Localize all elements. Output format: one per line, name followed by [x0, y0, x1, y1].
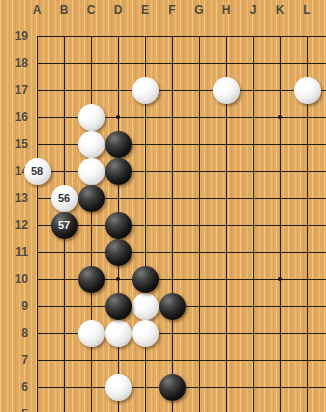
black-stone-F9 — [159, 293, 186, 320]
white-stone-C14 — [78, 158, 105, 185]
white-stone-C16 — [78, 104, 105, 131]
black-stone-D15 — [105, 131, 132, 158]
column-label-G: G — [189, 2, 209, 18]
white-stone-C15 — [78, 131, 105, 158]
white-stone-C8 — [78, 320, 105, 347]
white-stone-D8 — [105, 320, 132, 347]
white-stone-E17 — [132, 77, 159, 104]
white-stone-D6 — [105, 374, 132, 401]
white-stone-E9 — [132, 293, 159, 320]
move-number-label-57: 57 — [58, 219, 70, 231]
black-stone-C10 — [78, 266, 105, 293]
move-number-label-58: 58 — [31, 165, 43, 177]
white-stone-H17 — [213, 77, 240, 104]
black-stone-D12 — [105, 212, 132, 239]
black-stone-D14 — [105, 158, 132, 185]
black-stone-E10 — [132, 266, 159, 293]
column-label-E: E — [135, 2, 155, 18]
white-stone-L17 — [294, 77, 321, 104]
black-stone-C13 — [78, 185, 105, 212]
column-label-H: H — [216, 2, 236, 18]
white-stone-E8 — [132, 320, 159, 347]
column-label-K: K — [270, 2, 290, 18]
column-label-A: A — [27, 2, 47, 18]
move-number-label-56: 56 — [58, 192, 70, 204]
go-board-screen: ABCDEFGHJKL 1918171615141312111098765 58… — [0, 0, 326, 412]
white-stone-A14: 58 — [24, 158, 51, 185]
column-label-J: J — [243, 2, 263, 18]
black-stone-B12: 57 — [51, 212, 78, 239]
column-label-B: B — [54, 2, 74, 18]
column-label-C: C — [81, 2, 101, 18]
black-stone-D9 — [105, 293, 132, 320]
black-stone-F6 — [159, 374, 186, 401]
black-stone-D11 — [105, 239, 132, 266]
column-label-D: D — [108, 2, 128, 18]
column-label-F: F — [162, 2, 182, 18]
row-label-5: 5 — [2, 406, 28, 412]
white-stone-B13: 56 — [51, 185, 78, 212]
column-label-L: L — [297, 2, 317, 18]
stones-grid: 585657 — [24, 23, 321, 401]
